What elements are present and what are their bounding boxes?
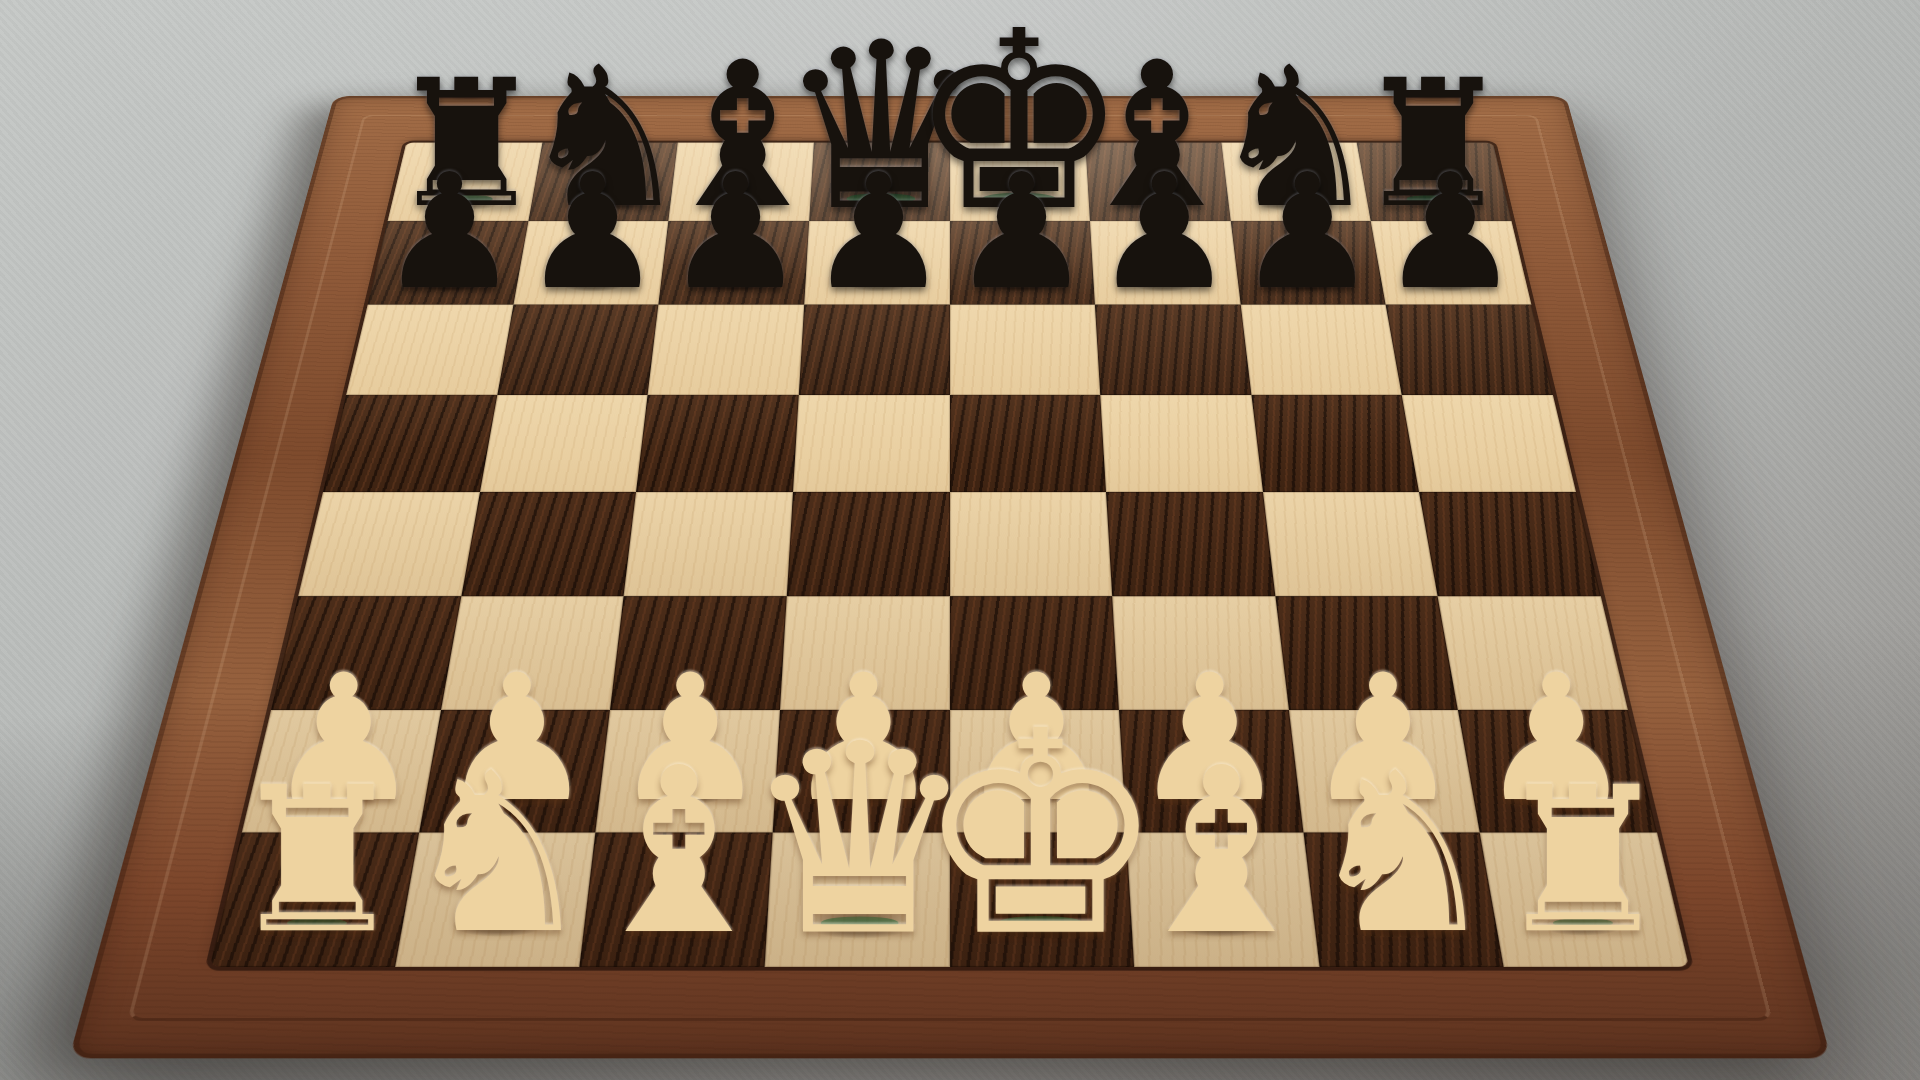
square-a5: [323, 395, 497, 492]
square-e5: [950, 395, 1107, 492]
square-d1: [765, 833, 950, 967]
square-g6: [1240, 305, 1402, 395]
square-c8: [669, 143, 814, 221]
square-g8: [1221, 143, 1371, 221]
square-c5: [636, 395, 798, 492]
square-b4: [461, 492, 636, 597]
square-c3: [610, 596, 786, 709]
square-e3: [949, 596, 1119, 709]
square-h4: [1419, 492, 1601, 597]
square-b8: [528, 143, 678, 221]
square-g5: [1251, 395, 1419, 492]
square-b2: [419, 710, 611, 833]
square-d6: [799, 305, 950, 395]
square-d2: [773, 710, 950, 833]
scene: ♜♞♝♛♚♝♞♜♟♟♟♟♟♟♟♟♟♟♟♟♟♟♟♟♜♞♝♛♚♝♞♜: [0, 0, 1920, 1080]
square-b7: [513, 221, 668, 305]
square-d7: [804, 221, 949, 305]
square-a4: [298, 492, 480, 597]
square-g1: [1303, 833, 1504, 967]
square-b5: [480, 395, 648, 492]
square-d5: [793, 395, 950, 492]
square-f1: [1126, 833, 1319, 967]
square-a6: [346, 305, 513, 395]
square-g7: [1231, 221, 1386, 305]
square-b3: [441, 596, 624, 709]
square-f6: [1095, 305, 1251, 395]
square-e2: [949, 710, 1126, 833]
square-f2: [1119, 710, 1303, 833]
square-c6: [648, 305, 804, 395]
board-frame: [69, 96, 1831, 1058]
square-g3: [1275, 596, 1458, 709]
square-b1: [395, 833, 596, 967]
square-c4: [624, 492, 793, 597]
square-e4: [949, 492, 1112, 597]
square-f8: [1085, 143, 1230, 221]
square-a1: [210, 833, 419, 967]
square-d3: [780, 596, 950, 709]
square-d8: [809, 143, 949, 221]
square-g2: [1289, 710, 1481, 833]
square-e7: [950, 221, 1095, 305]
square-f3: [1112, 596, 1288, 709]
square-h7: [1371, 221, 1531, 305]
square-h6: [1386, 305, 1553, 395]
square-a7: [368, 221, 528, 305]
square-a3: [271, 596, 461, 709]
square-c7: [659, 221, 809, 305]
square-h5: [1402, 395, 1576, 492]
square-d4: [787, 492, 950, 597]
square-h2: [1458, 710, 1657, 833]
square-c2: [596, 710, 780, 833]
square-c1: [580, 833, 773, 967]
square-f4: [1106, 492, 1275, 597]
square-b6: [497, 305, 659, 395]
square-a2: [242, 710, 441, 833]
square-f5: [1100, 395, 1262, 492]
square-h3: [1438, 596, 1628, 709]
square-h8: [1357, 143, 1511, 221]
square-e1: [949, 833, 1134, 967]
square-h1: [1480, 833, 1689, 967]
chess-board: [210, 143, 1689, 968]
square-g4: [1263, 492, 1438, 597]
square-e8: [950, 143, 1090, 221]
square-e6: [950, 305, 1101, 395]
square-f7: [1090, 221, 1240, 305]
square-a8: [388, 143, 542, 221]
